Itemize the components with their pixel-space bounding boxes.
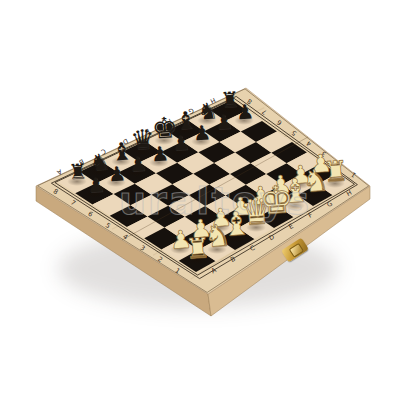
file-label-far-C: C bbox=[99, 147, 107, 156]
piece-shadow bbox=[234, 116, 254, 125]
file-label-far-D: D bbox=[121, 137, 129, 146]
file-label-far-A: A bbox=[55, 167, 63, 176]
piece-shadow bbox=[207, 245, 227, 254]
piece-shadow bbox=[310, 169, 330, 178]
file-label-far-E: E bbox=[144, 127, 151, 136]
piece-shadow bbox=[210, 223, 230, 232]
file-label-far-B: B bbox=[78, 157, 85, 166]
file-label-far-H: H bbox=[209, 96, 217, 105]
piece-shadow bbox=[85, 189, 105, 198]
piece-shadow bbox=[187, 256, 207, 265]
piece-shadow bbox=[191, 137, 211, 146]
piece-shadow bbox=[111, 157, 131, 166]
piece-shadow bbox=[149, 158, 169, 167]
file-label-far-G: G bbox=[187, 106, 195, 115]
product-photo-scene: AA88BB77CC66DD55EE44FF33GG22HH11 ♜♞♝♛♚♝♞… bbox=[0, 0, 400, 400]
piece-shadow bbox=[197, 116, 217, 125]
piece-shadow bbox=[132, 147, 152, 156]
watermark-text: uraltoys bbox=[119, 179, 311, 223]
piece-shadow bbox=[190, 234, 210, 243]
piece-shadow bbox=[170, 147, 190, 156]
piece-shadow bbox=[127, 168, 147, 177]
piece-shadow bbox=[170, 245, 190, 254]
file-label-far-F: F bbox=[165, 117, 172, 126]
